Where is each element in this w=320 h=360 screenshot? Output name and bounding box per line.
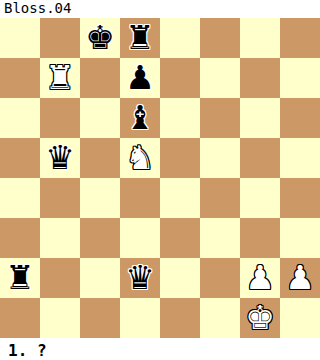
square-a4[interactable] bbox=[0, 178, 40, 218]
white-king: ♚ bbox=[245, 298, 275, 338]
square-b8[interactable] bbox=[40, 18, 80, 58]
square-g5[interactable] bbox=[240, 138, 280, 178]
square-e6[interactable] bbox=[160, 98, 200, 138]
square-g8[interactable] bbox=[240, 18, 280, 58]
square-d3[interactable] bbox=[120, 218, 160, 258]
square-a3[interactable] bbox=[0, 218, 40, 258]
square-c1[interactable] bbox=[80, 298, 120, 338]
white-pawn: ♟ bbox=[245, 258, 275, 298]
square-h8[interactable] bbox=[280, 18, 320, 58]
diagram-title: Bloss.04 bbox=[0, 0, 320, 18]
square-b2[interactable] bbox=[40, 258, 80, 298]
square-h3[interactable] bbox=[280, 218, 320, 258]
square-d2[interactable]: ♛ bbox=[120, 258, 160, 298]
square-g2[interactable]: ♟ bbox=[240, 258, 280, 298]
square-f3[interactable] bbox=[200, 218, 240, 258]
square-b3[interactable] bbox=[40, 218, 80, 258]
square-c3[interactable] bbox=[80, 218, 120, 258]
square-g3[interactable] bbox=[240, 218, 280, 258]
square-e2[interactable] bbox=[160, 258, 200, 298]
square-g6[interactable] bbox=[240, 98, 280, 138]
square-e4[interactable] bbox=[160, 178, 200, 218]
square-a1[interactable] bbox=[0, 298, 40, 338]
black-queen: ♛ bbox=[45, 138, 75, 178]
square-f4[interactable] bbox=[200, 178, 240, 218]
square-h4[interactable] bbox=[280, 178, 320, 218]
square-a5[interactable] bbox=[0, 138, 40, 178]
square-e3[interactable] bbox=[160, 218, 200, 258]
square-c4[interactable] bbox=[80, 178, 120, 218]
square-c7[interactable] bbox=[80, 58, 120, 98]
square-c2[interactable] bbox=[80, 258, 120, 298]
square-e7[interactable] bbox=[160, 58, 200, 98]
square-c6[interactable] bbox=[80, 98, 120, 138]
black-rook: ♜ bbox=[5, 258, 35, 298]
white-rook: ♜ bbox=[45, 58, 75, 98]
square-f8[interactable] bbox=[200, 18, 240, 58]
square-h1[interactable] bbox=[280, 298, 320, 338]
square-a7[interactable] bbox=[0, 58, 40, 98]
square-b6[interactable] bbox=[40, 98, 80, 138]
move-prompt: 1. ? bbox=[0, 338, 320, 360]
square-c8[interactable]: ♚ bbox=[80, 18, 120, 58]
square-e8[interactable] bbox=[160, 18, 200, 58]
black-king: ♚ bbox=[85, 18, 115, 58]
square-d8[interactable]: ♜ bbox=[120, 18, 160, 58]
square-f2[interactable] bbox=[200, 258, 240, 298]
square-h7[interactable] bbox=[280, 58, 320, 98]
black-queen: ♛ bbox=[125, 258, 155, 298]
square-e1[interactable] bbox=[160, 298, 200, 338]
black-pawn: ♟ bbox=[125, 58, 155, 98]
black-rook: ♜ bbox=[125, 18, 155, 58]
square-d6[interactable]: ♝ bbox=[120, 98, 160, 138]
square-b7[interactable]: ♜ bbox=[40, 58, 80, 98]
square-f5[interactable] bbox=[200, 138, 240, 178]
chess-board: ♚♜♜♟♝♛♞♜♛♟♟♚ bbox=[0, 18, 320, 338]
square-d4[interactable] bbox=[120, 178, 160, 218]
square-c5[interactable] bbox=[80, 138, 120, 178]
square-g4[interactable] bbox=[240, 178, 280, 218]
square-b5[interactable]: ♛ bbox=[40, 138, 80, 178]
square-a6[interactable] bbox=[0, 98, 40, 138]
square-d5[interactable]: ♞ bbox=[120, 138, 160, 178]
square-b4[interactable] bbox=[40, 178, 80, 218]
white-knight: ♞ bbox=[125, 138, 155, 178]
square-f7[interactable] bbox=[200, 58, 240, 98]
square-h5[interactable] bbox=[280, 138, 320, 178]
square-a8[interactable] bbox=[0, 18, 40, 58]
white-pawn: ♟ bbox=[285, 258, 315, 298]
square-g7[interactable] bbox=[240, 58, 280, 98]
square-h6[interactable] bbox=[280, 98, 320, 138]
square-e5[interactable] bbox=[160, 138, 200, 178]
square-f6[interactable] bbox=[200, 98, 240, 138]
square-f1[interactable] bbox=[200, 298, 240, 338]
square-h2[interactable]: ♟ bbox=[280, 258, 320, 298]
square-a2[interactable]: ♜ bbox=[0, 258, 40, 298]
black-bishop: ♝ bbox=[125, 98, 155, 138]
square-d7[interactable]: ♟ bbox=[120, 58, 160, 98]
square-d1[interactable] bbox=[120, 298, 160, 338]
square-g1[interactable]: ♚ bbox=[240, 298, 280, 338]
square-b1[interactable] bbox=[40, 298, 80, 338]
